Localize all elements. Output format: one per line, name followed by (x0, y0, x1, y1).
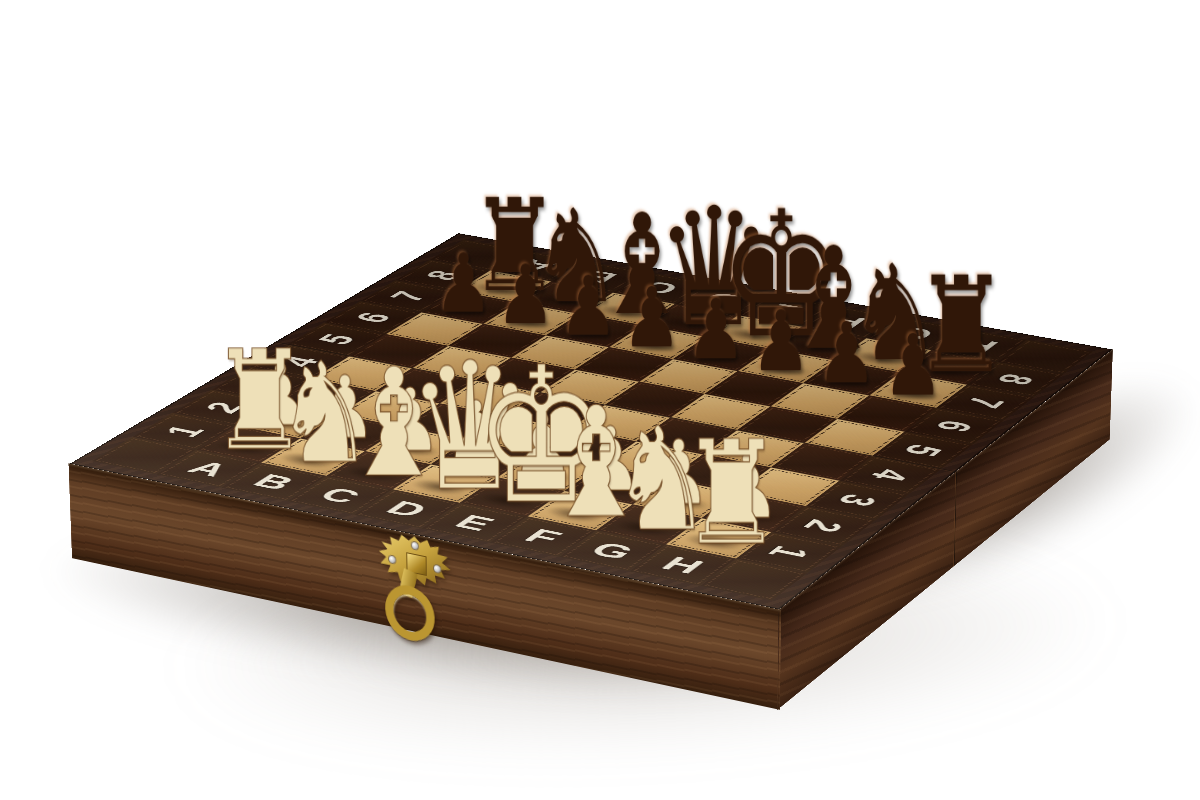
brass-clasp-icon (376, 526, 454, 643)
piece-white-knight-b1[interactable]: ♞ (275, 344, 336, 483)
piece-white-knight-g1[interactable]: ♞ (610, 408, 673, 551)
piece-white-queen-d1[interactable]: ♛ (407, 338, 469, 515)
piece-white-bishop-f1[interactable]: ♝ (542, 386, 604, 538)
piece-white-rook-h1[interactable]: ♜ (680, 422, 743, 566)
clasp-ring (380, 584, 441, 642)
fold-seam-side (953, 471, 957, 567)
chessboard-3d-scene: ABCDEFGH8877665544332211ABCDEFGH♜♞♝♛♚♝♞♜… (70, 233, 1112, 609)
chess-set-product-photo: ABCDEFGH8877665544332211ABCDEFGH♜♞♝♛♚♝♞♜… (0, 0, 1200, 800)
